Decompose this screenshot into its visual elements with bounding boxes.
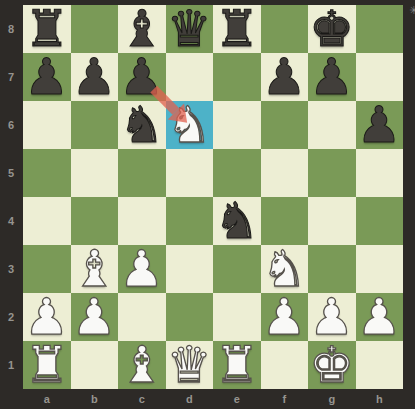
piece-black-pawn-h6[interactable]: ♟: [357, 101, 402, 149]
square-c7[interactable]: ♟: [118, 53, 166, 101]
piece-black-pawn-b7[interactable]: ♟: [72, 53, 117, 101]
square-d6[interactable]: ♞: [166, 101, 214, 149]
square-e4[interactable]: ♞: [213, 197, 261, 245]
square-d2[interactable]: [166, 293, 214, 341]
square-d8[interactable]: ♛: [166, 5, 214, 53]
square-d1[interactable]: ♛: [166, 341, 214, 389]
square-h5[interactable]: [356, 149, 404, 197]
rank-label-8: 8: [0, 5, 22, 53]
piece-white-knight-f3[interactable]: ♞: [262, 245, 307, 293]
square-b6[interactable]: [71, 101, 119, 149]
file-label-h: h: [356, 389, 404, 409]
square-b7[interactable]: ♟: [71, 53, 119, 101]
square-g7[interactable]: ♟: [308, 53, 356, 101]
square-b3[interactable]: ♝: [71, 245, 119, 293]
square-a3[interactable]: [23, 245, 71, 293]
chess-app: { "game": "chess", "position": "r1bqr1k1…: [0, 0, 415, 409]
square-d7[interactable]: [166, 53, 214, 101]
square-c8[interactable]: ♝: [118, 5, 166, 53]
file-label-f: f: [261, 389, 309, 409]
square-h8[interactable]: [356, 5, 404, 53]
square-e6[interactable]: [213, 101, 261, 149]
piece-white-rook-e1[interactable]: ♜: [214, 341, 259, 389]
square-a8[interactable]: ♜: [23, 5, 71, 53]
square-g5[interactable]: [308, 149, 356, 197]
piece-black-pawn-g7[interactable]: ♟: [309, 53, 354, 101]
square-h1[interactable]: [356, 341, 404, 389]
square-g3[interactable]: [308, 245, 356, 293]
piece-white-pawn-h2[interactable]: ♟: [357, 293, 402, 341]
piece-black-king-g8[interactable]: ♚: [309, 5, 354, 53]
piece-white-rook-a1[interactable]: ♜: [24, 341, 69, 389]
square-g8[interactable]: ♚: [308, 5, 356, 53]
board-grid: ♜♝♛♜♚♟♟♟♟♟♞♞♟♞♝♟♞♟♟♟♟♟♜♝♛♜♚: [23, 5, 403, 389]
square-h7[interactable]: [356, 53, 404, 101]
chess-board: ♜♝♛♜♚♟♟♟♟♟♞♞♟♞♝♟♞♟♟♟♟♟♜♝♛♜♚: [23, 5, 403, 389]
piece-white-pawn-f2[interactable]: ♟: [262, 293, 307, 341]
rank-label-7: 7: [0, 53, 22, 101]
square-a5[interactable]: [23, 149, 71, 197]
square-f6[interactable]: [261, 101, 309, 149]
square-b8[interactable]: [71, 5, 119, 53]
square-c2[interactable]: [118, 293, 166, 341]
square-d5[interactable]: [166, 149, 214, 197]
piece-white-pawn-a2[interactable]: ♟: [24, 293, 69, 341]
square-f2[interactable]: ♟: [261, 293, 309, 341]
square-c5[interactable]: [118, 149, 166, 197]
square-h3[interactable]: [356, 245, 404, 293]
square-f4[interactable]: [261, 197, 309, 245]
square-a1[interactable]: ♜: [23, 341, 71, 389]
piece-black-knight-c6[interactable]: ♞: [119, 101, 164, 149]
square-h6[interactable]: ♟: [356, 101, 404, 149]
square-c4[interactable]: [118, 197, 166, 245]
square-h4[interactable]: [356, 197, 404, 245]
square-e3[interactable]: [213, 245, 261, 293]
square-d4[interactable]: [166, 197, 214, 245]
rank-label-2: 2: [0, 293, 22, 341]
square-b1[interactable]: [71, 341, 119, 389]
square-d3[interactable]: [166, 245, 214, 293]
piece-white-bishop-c1[interactable]: ♝: [119, 341, 164, 389]
square-g6[interactable]: [308, 101, 356, 149]
piece-black-queen-d8[interactable]: ♛: [167, 5, 212, 53]
piece-white-pawn-g2[interactable]: ♟: [309, 293, 354, 341]
square-g1[interactable]: ♚: [308, 341, 356, 389]
square-f7[interactable]: ♟: [261, 53, 309, 101]
square-c3[interactable]: ♟: [118, 245, 166, 293]
file-label-b: b: [71, 389, 119, 409]
piece-white-king-g1[interactable]: ♚: [309, 341, 354, 389]
square-b2[interactable]: ♟: [71, 293, 119, 341]
square-a7[interactable]: ♟: [23, 53, 71, 101]
square-g2[interactable]: ♟: [308, 293, 356, 341]
square-f5[interactable]: [261, 149, 309, 197]
piece-white-knight-d6[interactable]: ♞: [167, 101, 212, 149]
square-h2[interactable]: ♟: [356, 293, 404, 341]
square-f1[interactable]: [261, 341, 309, 389]
rank-label-1: 1: [0, 341, 22, 389]
rank-label-5: 5: [0, 149, 22, 197]
piece-white-pawn-c3[interactable]: ♟: [119, 245, 164, 293]
rank-label-6: 6: [0, 101, 22, 149]
square-a4[interactable]: [23, 197, 71, 245]
corner-partial-icon[interactable]: ✳: [409, 5, 415, 16]
square-f3[interactable]: ♞: [261, 245, 309, 293]
square-a2[interactable]: ♟: [23, 293, 71, 341]
square-e2[interactable]: [213, 293, 261, 341]
square-g4[interactable]: [308, 197, 356, 245]
square-e5[interactable]: [213, 149, 261, 197]
piece-black-pawn-f7[interactable]: ♟: [262, 53, 307, 101]
piece-white-bishop-b3[interactable]: ♝: [72, 245, 117, 293]
piece-black-knight-e4[interactable]: ♞: [214, 197, 259, 245]
piece-black-bishop-c8[interactable]: ♝: [119, 5, 164, 53]
piece-black-pawn-c7[interactable]: ♟: [119, 53, 164, 101]
piece-black-rook-a8[interactable]: ♜: [24, 5, 69, 53]
square-c6[interactable]: ♞: [118, 101, 166, 149]
rank-label-3: 3: [0, 245, 22, 293]
square-a6[interactable]: [23, 101, 71, 149]
piece-white-queen-d1[interactable]: ♛: [167, 341, 212, 389]
square-c1[interactable]: ♝: [118, 341, 166, 389]
square-e8[interactable]: ♜: [213, 5, 261, 53]
square-f8[interactable]: [261, 5, 309, 53]
square-e1[interactable]: ♜: [213, 341, 261, 389]
piece-white-pawn-b2[interactable]: ♟: [72, 293, 117, 341]
square-b4[interactable]: [71, 197, 119, 245]
rank-label-4: 4: [0, 197, 22, 245]
piece-black-rook-e8[interactable]: ♜: [214, 5, 259, 53]
square-e7[interactable]: [213, 53, 261, 101]
square-b5[interactable]: [71, 149, 119, 197]
piece-black-pawn-a7[interactable]: ♟: [24, 53, 69, 101]
